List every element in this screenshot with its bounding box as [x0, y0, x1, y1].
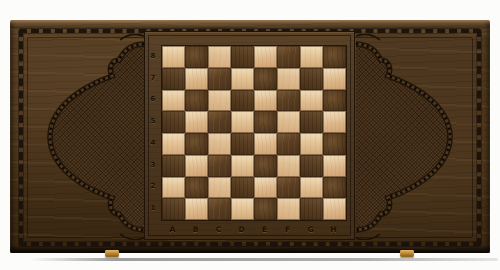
file-label-d: D	[230, 221, 253, 238]
file-label-a: A	[161, 221, 184, 238]
file-label-b: B	[184, 221, 207, 238]
box-bottom-edge	[10, 246, 490, 253]
square-d2[interactable]	[231, 177, 254, 199]
square-h7[interactable]	[323, 68, 346, 90]
rank-label-8: 8	[146, 45, 160, 67]
square-b1[interactable]	[185, 198, 208, 220]
square-h1[interactable]	[323, 198, 346, 220]
square-h6[interactable]	[323, 90, 346, 112]
square-b2[interactable]	[185, 177, 208, 199]
square-a5[interactable]	[162, 111, 185, 133]
square-g1[interactable]	[300, 198, 323, 220]
square-c1[interactable]	[208, 198, 231, 220]
square-d7[interactable]	[231, 68, 254, 90]
square-g8[interactable]	[300, 46, 323, 68]
square-c6[interactable]	[208, 90, 231, 112]
square-d6[interactable]	[231, 90, 254, 112]
file-label-e: E	[253, 221, 276, 238]
square-a4[interactable]	[162, 133, 185, 155]
square-a8[interactable]	[162, 46, 185, 68]
square-f5[interactable]	[277, 111, 300, 133]
square-f7[interactable]	[277, 68, 300, 90]
square-f1[interactable]	[277, 198, 300, 220]
square-e7[interactable]	[254, 68, 277, 90]
square-e1[interactable]	[254, 198, 277, 220]
square-b6[interactable]	[185, 90, 208, 112]
square-a3[interactable]	[162, 155, 185, 177]
square-h8[interactable]	[323, 46, 346, 68]
square-g6[interactable]	[300, 90, 323, 112]
brass-hinge-left	[105, 250, 119, 257]
square-h2[interactable]	[323, 177, 346, 199]
square-c3[interactable]	[208, 155, 231, 177]
square-d3[interactable]	[231, 155, 254, 177]
rank-label-1: 1	[146, 197, 160, 219]
square-e5[interactable]	[254, 111, 277, 133]
square-a6[interactable]	[162, 90, 185, 112]
square-e3[interactable]	[254, 155, 277, 177]
square-d4[interactable]	[231, 133, 254, 155]
square-e4[interactable]	[254, 133, 277, 155]
square-a2[interactable]	[162, 177, 185, 199]
square-h5[interactable]	[323, 111, 346, 133]
file-label-c: C	[207, 221, 230, 238]
left-carved-medallion	[28, 34, 144, 240]
wooden-chess-backgammon-box: 87654321 ABCDEFGH	[10, 20, 490, 253]
rank-label-4: 4	[146, 132, 160, 154]
square-c5[interactable]	[208, 111, 231, 133]
square-f6[interactable]	[277, 90, 300, 112]
square-g4[interactable]	[300, 133, 323, 155]
square-d8[interactable]	[231, 46, 254, 68]
chessboard-frame: 87654321 ABCDEFGH	[144, 31, 355, 240]
square-d5[interactable]	[231, 111, 254, 133]
square-c8[interactable]	[208, 46, 231, 68]
rank-labels: 87654321	[146, 45, 160, 219]
rank-label-2: 2	[146, 176, 160, 198]
brass-hinge-right	[400, 250, 414, 257]
chessboard	[161, 45, 347, 221]
square-b7[interactable]	[185, 68, 208, 90]
rank-label-3: 3	[146, 154, 160, 176]
square-e2[interactable]	[254, 177, 277, 199]
square-b5[interactable]	[185, 111, 208, 133]
rank-label-6: 6	[146, 89, 160, 111]
square-h3[interactable]	[323, 155, 346, 177]
square-e8[interactable]	[254, 46, 277, 68]
square-b3[interactable]	[185, 155, 208, 177]
file-labels: ABCDEFGH	[161, 221, 345, 238]
square-g7[interactable]	[300, 68, 323, 90]
square-c7[interactable]	[208, 68, 231, 90]
square-g2[interactable]	[300, 177, 323, 199]
square-a7[interactable]	[162, 68, 185, 90]
square-g5[interactable]	[300, 111, 323, 133]
file-label-h: H	[322, 221, 345, 238]
square-f4[interactable]	[277, 133, 300, 155]
square-e6[interactable]	[254, 90, 277, 112]
rank-label-7: 7	[146, 67, 160, 89]
ogee-arch-carving-left	[28, 34, 144, 240]
square-b8[interactable]	[185, 46, 208, 68]
square-c2[interactable]	[208, 177, 231, 199]
table-shadow	[30, 258, 498, 261]
square-a1[interactable]	[162, 198, 185, 220]
square-f8[interactable]	[277, 46, 300, 68]
square-b4[interactable]	[185, 133, 208, 155]
ogee-arch-carving-right	[356, 34, 472, 240]
box-top-edge	[10, 20, 490, 29]
square-c4[interactable]	[208, 133, 231, 155]
square-h4[interactable]	[323, 133, 346, 155]
rank-label-5: 5	[146, 110, 160, 132]
square-f3[interactable]	[277, 155, 300, 177]
square-d1[interactable]	[231, 198, 254, 220]
square-f2[interactable]	[277, 177, 300, 199]
file-label-g: G	[299, 221, 322, 238]
square-g3[interactable]	[300, 155, 323, 177]
right-carved-medallion	[356, 34, 472, 240]
file-label-f: F	[276, 221, 299, 238]
